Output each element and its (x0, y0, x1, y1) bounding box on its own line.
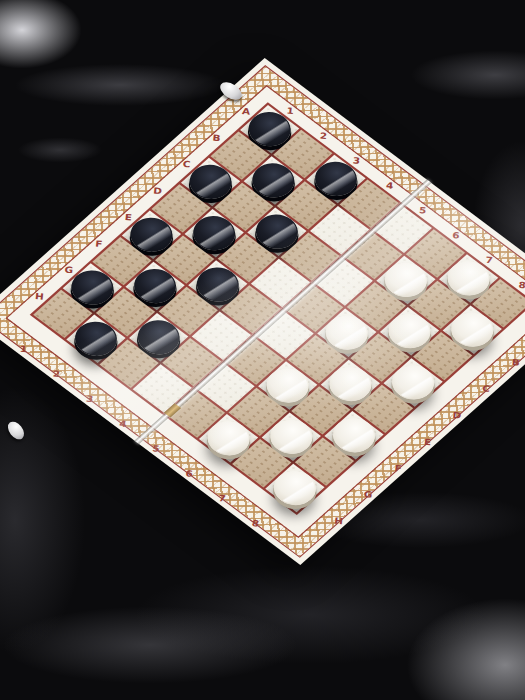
scene: 11AA22BB33CC44DD55EE66FF77GG88HH (0, 0, 525, 700)
